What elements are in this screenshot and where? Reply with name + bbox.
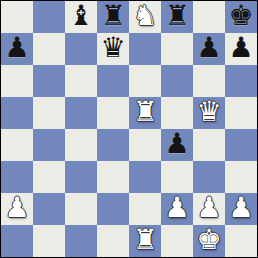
piece-black-rook[interactable]: ♜ [164, 0, 189, 32]
piece-black-pawn[interactable]: ♟ [228, 32, 253, 64]
square-f8[interactable]: ♜ [161, 1, 193, 33]
square-a7[interactable]: ♟ [1, 33, 33, 65]
square-e5[interactable]: ♜ [129, 97, 161, 129]
square-e7[interactable] [129, 33, 161, 65]
square-c1[interactable] [65, 225, 97, 257]
square-c5[interactable] [65, 97, 97, 129]
square-d4[interactable] [97, 129, 129, 161]
square-b3[interactable] [33, 161, 65, 193]
square-h5[interactable] [225, 97, 257, 129]
square-f1[interactable] [161, 225, 193, 257]
piece-black-bishop[interactable]: ♝ [68, 0, 93, 32]
square-b1[interactable] [33, 225, 65, 257]
square-g6[interactable] [193, 65, 225, 97]
square-b5[interactable] [33, 97, 65, 129]
square-b8[interactable] [33, 1, 65, 33]
square-f5[interactable] [161, 97, 193, 129]
square-h6[interactable] [225, 65, 257, 97]
square-f2[interactable]: ♟ [161, 193, 193, 225]
square-d5[interactable] [97, 97, 129, 129]
square-a5[interactable] [1, 97, 33, 129]
square-g2[interactable]: ♟ [193, 193, 225, 225]
square-c4[interactable] [65, 129, 97, 161]
piece-black-rook[interactable]: ♜ [100, 0, 125, 32]
piece-white-pawn[interactable]: ♟ [164, 192, 189, 224]
square-d7[interactable]: ♛ [97, 33, 129, 65]
piece-black-pawn[interactable]: ♟ [164, 128, 189, 160]
piece-white-rook[interactable]: ♜ [132, 96, 157, 128]
square-c7[interactable] [65, 33, 97, 65]
square-a2[interactable]: ♟ [1, 193, 33, 225]
square-e3[interactable] [129, 161, 161, 193]
piece-black-pawn[interactable]: ♟ [4, 32, 29, 64]
square-e8[interactable]: ♞ [129, 1, 161, 33]
piece-white-rook[interactable]: ♜ [132, 224, 157, 256]
square-c2[interactable] [65, 193, 97, 225]
square-f6[interactable] [161, 65, 193, 97]
square-b7[interactable] [33, 33, 65, 65]
square-g4[interactable] [193, 129, 225, 161]
piece-black-king[interactable]: ♚ [228, 0, 253, 32]
square-h4[interactable] [225, 129, 257, 161]
square-b4[interactable] [33, 129, 65, 161]
square-c6[interactable] [65, 65, 97, 97]
square-a3[interactable] [1, 161, 33, 193]
square-f4[interactable]: ♟ [161, 129, 193, 161]
square-h1[interactable] [225, 225, 257, 257]
square-f7[interactable] [161, 33, 193, 65]
square-e2[interactable] [129, 193, 161, 225]
square-g3[interactable] [193, 161, 225, 193]
square-d2[interactable] [97, 193, 129, 225]
piece-white-knight[interactable]: ♞ [132, 0, 157, 32]
square-d1[interactable] [97, 225, 129, 257]
square-c8[interactable]: ♝ [65, 1, 97, 33]
piece-white-pawn[interactable]: ♟ [4, 192, 29, 224]
square-f3[interactable] [161, 161, 193, 193]
square-g7[interactable]: ♟ [193, 33, 225, 65]
piece-black-pawn[interactable]: ♟ [196, 32, 221, 64]
square-h2[interactable]: ♟ [225, 193, 257, 225]
square-d6[interactable] [97, 65, 129, 97]
square-h8[interactable]: ♚ [225, 1, 257, 33]
square-c3[interactable] [65, 161, 97, 193]
square-a4[interactable] [1, 129, 33, 161]
piece-white-pawn[interactable]: ♟ [228, 192, 253, 224]
piece-white-pawn[interactable]: ♟ [196, 192, 221, 224]
square-b2[interactable] [33, 193, 65, 225]
square-g5[interactable]: ♛ [193, 97, 225, 129]
piece-white-king[interactable]: ♚ [196, 224, 221, 256]
square-a6[interactable] [1, 65, 33, 97]
piece-black-queen[interactable]: ♛ [100, 32, 125, 64]
square-e6[interactable] [129, 65, 161, 97]
square-e4[interactable] [129, 129, 161, 161]
square-h7[interactable]: ♟ [225, 33, 257, 65]
square-b6[interactable] [33, 65, 65, 97]
square-g1[interactable]: ♚ [193, 225, 225, 257]
square-a8[interactable] [1, 1, 33, 33]
chess-board: ♝♜♞♜♚♟♛♟♟♜♛♟♟♟♟♟♜♚ [0, 0, 258, 258]
square-d8[interactable]: ♜ [97, 1, 129, 33]
square-h3[interactable] [225, 161, 257, 193]
square-e1[interactable]: ♜ [129, 225, 161, 257]
piece-white-queen[interactable]: ♛ [196, 96, 221, 128]
square-a1[interactable] [1, 225, 33, 257]
square-g8[interactable] [193, 1, 225, 33]
square-d3[interactable] [97, 161, 129, 193]
